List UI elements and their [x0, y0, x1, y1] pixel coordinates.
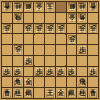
board-square[interactable]: 金: [67, 13, 77, 23]
board-square[interactable]: [88, 45, 98, 55]
board-square[interactable]: [77, 34, 87, 44]
piece-sente-pawn[interactable]: 歩: [35, 67, 43, 76]
board-square[interactable]: [2, 34, 12, 44]
piece-gote-knight[interactable]: 桂: [14, 2, 22, 11]
board-square[interactable]: 歩: [77, 24, 87, 34]
board-square[interactable]: [45, 56, 55, 66]
board-square[interactable]: [56, 13, 66, 23]
board-square[interactable]: [56, 34, 66, 44]
shogi-board: 香桂銀金玉銀桂香飛金角歩歩歩歩歩歩歩歩歩歩歩歩歩歩歩歩歩歩角金飛香桂銀王金銀桂香: [1, 1, 99, 99]
board-square[interactable]: 銀: [24, 88, 34, 98]
piece-sente-pawn[interactable]: 歩: [68, 67, 76, 76]
piece-gote-bishop[interactable]: 角: [78, 13, 86, 22]
piece-gote-pawn[interactable]: 歩: [46, 24, 54, 33]
star-point: [33, 33, 35, 35]
board-square[interactable]: 金: [24, 77, 34, 87]
piece-sente-lance[interactable]: 香: [89, 89, 97, 98]
board-square[interactable]: 歩: [34, 24, 44, 34]
board-square[interactable]: [34, 45, 44, 55]
board-square[interactable]: 歩: [34, 67, 44, 77]
piece-sente-lance[interactable]: 香: [3, 89, 11, 98]
board-square[interactable]: 歩: [13, 67, 23, 77]
piece-sente-pawn[interactable]: 歩: [14, 67, 22, 76]
piece-gote-pawn[interactable]: 歩: [3, 24, 11, 33]
board-square[interactable]: 金: [56, 88, 66, 98]
board-square[interactable]: [88, 56, 98, 66]
piece-gote-gold[interactable]: 金: [35, 2, 43, 11]
board-square[interactable]: 歩: [88, 67, 98, 77]
piece-gote-lance[interactable]: 香: [3, 2, 11, 11]
piece-gote-pawn[interactable]: 歩: [35, 24, 43, 33]
piece-gote-pawn[interactable]: 歩: [24, 24, 32, 33]
board-square[interactable]: 桂: [77, 88, 87, 98]
board-square[interactable]: [24, 34, 34, 44]
board-square[interactable]: [34, 56, 44, 66]
board-square[interactable]: 玉: [45, 2, 55, 12]
piece-sente-bishop[interactable]: 角: [14, 78, 22, 87]
piece-sente-pawn[interactable]: 歩: [24, 56, 32, 65]
board-square[interactable]: 銀: [24, 2, 34, 12]
board-square[interactable]: 歩: [2, 24, 12, 34]
board-square[interactable]: [2, 45, 12, 55]
board-square[interactable]: 飛: [77, 77, 87, 87]
board-square[interactable]: [2, 56, 12, 66]
board-square[interactable]: 銀: [67, 2, 77, 12]
piece-gote-rook[interactable]: 飛: [14, 13, 22, 22]
board-square[interactable]: [24, 45, 34, 55]
board-square[interactable]: [45, 77, 55, 87]
star-point: [65, 65, 67, 67]
board-square[interactable]: 王: [45, 88, 55, 98]
board-square[interactable]: [45, 34, 55, 44]
board-square[interactable]: [67, 77, 77, 87]
piece-sente-rook[interactable]: 飛: [78, 78, 86, 87]
board-square[interactable]: [13, 56, 23, 66]
board-square[interactable]: 香: [2, 88, 12, 98]
board-frame: 香桂銀金玉銀桂香飛金角歩歩歩歩歩歩歩歩歩歩歩歩歩歩歩歩歩歩角金飛香桂銀王金銀桂香: [0, 0, 100, 100]
piece-sente-pawn[interactable]: 歩: [89, 67, 97, 76]
piece-gote-pawn[interactable]: 歩: [57, 24, 65, 33]
board-square[interactable]: 桂: [13, 2, 23, 12]
board-square[interactable]: [24, 67, 34, 77]
piece-sente-silver[interactable]: 銀: [24, 89, 32, 98]
board-square[interactable]: [13, 24, 23, 34]
board-square[interactable]: 金: [34, 2, 44, 12]
board-square[interactable]: 飛: [13, 13, 23, 23]
piece-sente-gold[interactable]: 金: [57, 89, 65, 98]
board-square[interactable]: 歩: [45, 67, 55, 77]
piece-sente-pawn[interactable]: 歩: [57, 67, 65, 76]
board-square[interactable]: [67, 24, 77, 34]
board-square[interactable]: [67, 56, 77, 66]
board-square[interactable]: [67, 45, 77, 55]
piece-gote-silver[interactable]: 銀: [24, 2, 32, 11]
piece-gote-pawn[interactable]: 歩: [78, 24, 86, 33]
piece-gote-lance[interactable]: 香: [89, 2, 97, 11]
board-square[interactable]: [77, 56, 87, 66]
board-square[interactable]: 歩: [56, 67, 66, 77]
board-square[interactable]: 歩: [88, 24, 98, 34]
piece-gote-pawn[interactable]: 歩: [68, 35, 76, 44]
board-square[interactable]: 歩: [77, 45, 87, 55]
board-square[interactable]: 歩: [45, 24, 55, 34]
piece-sente-silver[interactable]: 銀: [68, 89, 76, 98]
board-square[interactable]: 銀: [67, 88, 77, 98]
piece-gote-gold[interactable]: 金: [68, 13, 76, 22]
piece-sente-knight[interactable]: 桂: [14, 89, 22, 98]
piece-sente-king[interactable]: 王: [46, 89, 54, 98]
piece-gote-king[interactable]: 玉: [46, 2, 54, 11]
piece-sente-pawn[interactable]: 歩: [78, 45, 86, 54]
board-square[interactable]: [45, 45, 55, 55]
board-square[interactable]: [88, 13, 98, 23]
board-square[interactable]: [34, 34, 44, 44]
board-square[interactable]: 歩: [13, 45, 23, 55]
board-square[interactable]: 香: [88, 2, 98, 12]
board-square[interactable]: 歩: [67, 34, 77, 44]
board-square[interactable]: 歩: [67, 67, 77, 77]
board-square[interactable]: 歩: [56, 24, 66, 34]
board-square[interactable]: 角: [77, 13, 87, 23]
board-square[interactable]: 香: [88, 88, 98, 98]
board-square[interactable]: [56, 56, 66, 66]
board-square[interactable]: [34, 77, 44, 87]
board-square[interactable]: [13, 34, 23, 44]
board-square[interactable]: [2, 13, 12, 23]
piece-sente-pawn[interactable]: 歩: [46, 67, 54, 76]
piece-sente-knight[interactable]: 桂: [78, 89, 86, 98]
piece-gote-silver[interactable]: 銀: [68, 2, 76, 11]
board-square[interactable]: [77, 67, 87, 77]
board-square[interactable]: [2, 77, 12, 87]
piece-gote-pawn[interactable]: 歩: [89, 24, 97, 33]
star-point: [65, 33, 67, 35]
board-square[interactable]: [88, 34, 98, 44]
board-square[interactable]: [34, 88, 44, 98]
board-square[interactable]: [24, 13, 34, 23]
piece-gote-knight[interactable]: 桂: [78, 2, 86, 11]
board-square[interactable]: [34, 13, 44, 23]
board-square[interactable]: [56, 45, 66, 55]
piece-sente-gold[interactable]: 金: [24, 78, 32, 87]
board-square[interactable]: 歩: [24, 56, 34, 66]
board-square[interactable]: [56, 77, 66, 87]
board-square[interactable]: 歩: [24, 24, 34, 34]
board-square[interactable]: [88, 77, 98, 87]
board-square[interactable]: 桂: [13, 88, 23, 98]
star-point: [33, 65, 35, 67]
board-square[interactable]: 桂: [77, 2, 87, 12]
board-square[interactable]: [45, 13, 55, 23]
board-square[interactable]: 歩: [2, 67, 12, 77]
board-square[interactable]: [56, 2, 66, 12]
board-square[interactable]: 香: [2, 2, 12, 12]
piece-sente-pawn[interactable]: 歩: [3, 67, 11, 76]
piece-gote-pawn[interactable]: 歩: [14, 45, 22, 54]
board-square[interactable]: 角: [13, 77, 23, 87]
